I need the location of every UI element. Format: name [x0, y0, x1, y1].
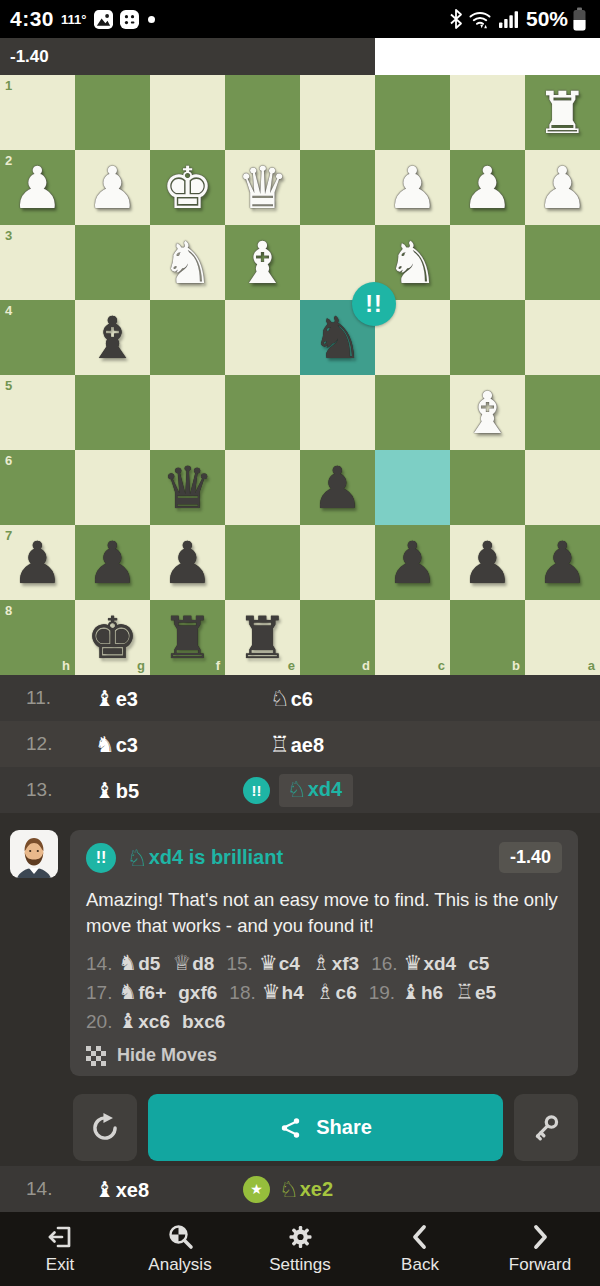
- square-g1[interactable]: [75, 75, 150, 150]
- variation-move[interactable]: ♞d5: [118, 953, 160, 974]
- chevron-right-icon: [527, 1223, 553, 1251]
- rank-label-4: 4: [5, 303, 12, 318]
- variation-line: 20.♝xc6bxc6: [86, 1007, 562, 1036]
- white-pawn-c2[interactable]: ♟: [375, 150, 450, 225]
- square-f4[interactable]: [150, 300, 225, 375]
- file-label-h: h: [62, 658, 70, 673]
- rook-figurine-icon: ♖: [270, 732, 290, 757]
- move-text: c3: [116, 734, 138, 756]
- square-b1[interactable]: [450, 75, 525, 150]
- black-pawn-a7[interactable]: ♟: [525, 525, 600, 600]
- retry-icon: [88, 1111, 122, 1145]
- black-pawn-c7[interactable]: ♟: [375, 525, 450, 600]
- checkerboard-icon: [86, 1046, 106, 1066]
- app-notification-icon: [120, 10, 139, 29]
- black-move[interactable]: ★♘xe2: [270, 1176, 333, 1203]
- file-label-c: c: [438, 658, 445, 673]
- white-bishop-b5[interactable]: ♝: [450, 375, 525, 450]
- white-knight-f3[interactable]: ♞: [150, 225, 225, 300]
- file-label-d: d: [362, 658, 370, 673]
- chevron-left-icon: [407, 1223, 433, 1251]
- square-g7[interactable]: ♟: [75, 525, 150, 600]
- evaluation-bar-black-portion: [0, 38, 375, 75]
- hide-moves-button[interactable]: Hide Moves: [86, 1045, 562, 1066]
- clock: 4:30: [10, 7, 54, 31]
- square-e5[interactable]: [225, 375, 300, 450]
- temperature: 111°: [61, 12, 86, 27]
- square-b4[interactable]: [450, 300, 525, 375]
- knight-figurine-icon: ♞: [118, 951, 137, 975]
- black-move[interactable]: ♘c6: [270, 686, 313, 711]
- square-c8[interactable]: c: [375, 600, 450, 675]
- white-move[interactable]: ♝e3: [95, 686, 270, 711]
- square-a6[interactable]: [525, 450, 600, 525]
- variation-move[interactable]: ♛h4: [262, 982, 304, 1003]
- square-g8[interactable]: g♚: [75, 600, 150, 675]
- variation-move[interactable]: ♗xf3: [312, 953, 359, 974]
- square-a3[interactable]: [525, 225, 600, 300]
- coach-panel: !! ♘ xd4 is brilliant -1.40 Amazing! Tha…: [70, 830, 578, 1076]
- move[interactable]: ♘c6: [270, 686, 313, 711]
- square-b3[interactable]: [450, 225, 525, 300]
- square-h6[interactable]: 6: [0, 450, 75, 525]
- nav-analysis-button[interactable]: Analysis: [120, 1212, 240, 1286]
- square-h4[interactable]: 4: [0, 300, 75, 375]
- rank-label-1: 1: [5, 78, 12, 93]
- variation-line: 17.♞f6+gxf618.♛h4♗c619.♝h6♖e5: [86, 978, 562, 1007]
- variation-move[interactable]: c5: [468, 953, 489, 974]
- analysis-magnifier-icon: [165, 1223, 195, 1251]
- square-e4[interactable]: [225, 300, 300, 375]
- file-label-b: b: [512, 658, 520, 673]
- move[interactable]: ♝e3: [95, 686, 138, 711]
- move[interactable]: ♘xd4: [279, 774, 353, 807]
- white-bishop-e3[interactable]: ♝: [225, 225, 300, 300]
- variation-move-number: 19.: [369, 982, 395, 1003]
- move-number: 11.: [26, 687, 95, 709]
- nav-back-button[interactable]: Back: [360, 1212, 480, 1286]
- square-e1[interactable]: [225, 75, 300, 150]
- move[interactable]: ♘xe2: [279, 1177, 333, 1202]
- knight-figurine-icon: ♘: [287, 777, 307, 802]
- square-e7[interactable]: [225, 525, 300, 600]
- square-c7[interactable]: ♟: [375, 525, 450, 600]
- white-pawn-b2[interactable]: ♟: [450, 150, 525, 225]
- move-number: 14.: [26, 1178, 95, 1200]
- square-b5[interactable]: ♝: [450, 375, 525, 450]
- move-row-14: 14.♝xe8★♘xe2: [0, 1166, 600, 1212]
- variation-move-number: 20.: [86, 1011, 112, 1032]
- square-c6[interactable]: [375, 450, 450, 525]
- move-row-13: 13.♝b5!!♘xd4: [0, 767, 600, 813]
- bishop-figurine-icon: ♝: [118, 1009, 137, 1033]
- square-b6[interactable]: [450, 450, 525, 525]
- panel-header: !! ♘ xd4 is brilliant -1.40: [86, 842, 562, 873]
- square-a7[interactable]: ♟: [525, 525, 600, 600]
- white-rook-a1[interactable]: ♜: [525, 75, 600, 150]
- square-d1[interactable]: [300, 75, 375, 150]
- key-icon: [531, 1112, 562, 1143]
- white-move[interactable]: ♞c3: [95, 732, 270, 757]
- variation-move-number: 18.: [229, 982, 255, 1003]
- move-text: xe8: [116, 1179, 149, 1201]
- rank-label-6: 6: [5, 453, 12, 468]
- move-quality-title: ♘ xd4 is brilliant: [127, 845, 283, 871]
- square-a2[interactable]: ♟: [525, 150, 600, 225]
- black-king-g8[interactable]: ♚: [75, 600, 150, 675]
- black-pawn-h7[interactable]: ♟: [0, 525, 75, 600]
- square-h2[interactable]: 2♟: [0, 150, 75, 225]
- queen-figurine-icon: ♕: [172, 951, 191, 975]
- brilliant-badge-icon: !!: [86, 843, 116, 873]
- black-move[interactable]: !!♘xd4: [270, 774, 353, 807]
- square-h1[interactable]: 1: [0, 75, 75, 150]
- next-move-row: 14.♝xe8★♘xe2: [0, 1166, 600, 1212]
- square-h7[interactable]: 7♟: [0, 525, 75, 600]
- move-row-11: 11.♝e3♘c6: [0, 675, 600, 721]
- square-e2[interactable]: ♛: [225, 150, 300, 225]
- variation-move[interactable]: ♗c6: [316, 982, 357, 1003]
- black-pawn-b7[interactable]: ♟: [450, 525, 525, 600]
- brilliant-move-board-badge: !!: [352, 282, 396, 326]
- coach-section: !! ♘ xd4 is brilliant -1.40 Amazing! Tha…: [0, 813, 600, 1076]
- variation-move[interactable]: ♝xc6: [118, 1011, 170, 1032]
- variation-move[interactable]: ♛c4: [259, 953, 300, 974]
- variation-move[interactable]: ♖e5: [455, 982, 496, 1003]
- battery-icon: [573, 7, 586, 31]
- square-d2[interactable]: [300, 150, 375, 225]
- square-a5[interactable]: [525, 375, 600, 450]
- black-move[interactable]: ♖ae8: [270, 732, 324, 757]
- move-text: ae8: [291, 734, 324, 756]
- evaluation-score: -1.40: [10, 47, 49, 67]
- queen-figurine-icon: ♛: [262, 980, 281, 1004]
- square-f2[interactable]: ♚: [150, 150, 225, 225]
- square-g3[interactable]: [75, 225, 150, 300]
- square-a4[interactable]: [525, 300, 600, 375]
- variation-move-number: 14.: [86, 953, 112, 974]
- nav-settings-button[interactable]: Settings: [240, 1212, 360, 1286]
- photo-notification-icon: [94, 10, 113, 29]
- move-list: 11.♝e3♘c612.♞c3♖ae813.♝b5!!♘xd4: [0, 675, 600, 813]
- white-pawn-g2[interactable]: ♟: [75, 150, 150, 225]
- knight-figurine-icon: ♘: [279, 1177, 299, 1202]
- move-row-12: 12.♞c3♖ae8: [0, 721, 600, 767]
- variation-line: 14.♞d5♕d815.♛c4♗xf316.♛xd4c5: [86, 949, 562, 978]
- move[interactable]: ♞c3: [95, 732, 138, 757]
- square-a1[interactable]: ♜: [525, 75, 600, 150]
- share-button[interactable]: Share: [148, 1094, 503, 1161]
- square-g6[interactable]: [75, 450, 150, 525]
- square-b2[interactable]: ♟: [450, 150, 525, 225]
- square-e6[interactable]: [225, 450, 300, 525]
- move-text: e3: [116, 688, 138, 710]
- black-pawn-g7[interactable]: ♟: [75, 525, 150, 600]
- variation-move[interactable]: bxc6: [182, 1011, 225, 1032]
- knight-figurine-icon: ♘: [127, 845, 148, 871]
- square-f7[interactable]: ♟: [150, 525, 225, 600]
- black-pawn-d6[interactable]: ♟: [300, 450, 375, 525]
- knight-figurine-icon: ♞: [95, 732, 115, 757]
- square-f5[interactable]: [150, 375, 225, 450]
- move-number: 12.: [26, 733, 95, 755]
- status-bar: 4:30 111° 50%: [0, 0, 600, 38]
- square-b7[interactable]: ♟: [450, 525, 525, 600]
- bishop-figurine-icon: ♗: [312, 951, 331, 975]
- nav-exit-button[interactable]: Exit: [0, 1212, 120, 1286]
- move-text: xe2: [300, 1178, 333, 1201]
- queen-figurine-icon: ♛: [404, 951, 423, 975]
- black-rook-f8[interactable]: ♜: [150, 600, 225, 675]
- square-c2[interactable]: ♟: [375, 150, 450, 225]
- white-king-f2[interactable]: ♚: [150, 150, 225, 225]
- more-notifications-dot: [148, 16, 155, 23]
- file-label-a: a: [588, 658, 595, 673]
- avatar: [10, 830, 58, 878]
- bishop-figurine-icon: ♝: [95, 686, 115, 711]
- evaluation-bar: -1.40: [0, 38, 600, 75]
- square-f1[interactable]: [150, 75, 225, 150]
- black-bishop-g4[interactable]: ♝: [75, 300, 150, 375]
- coach-comment: Amazing! That's not an easy move to find…: [86, 887, 562, 939]
- move[interactable]: ♝xe8: [95, 1177, 149, 1202]
- action-buttons: Share: [73, 1094, 578, 1161]
- move[interactable]: ♝b5: [95, 778, 139, 803]
- white-queen-e2[interactable]: ♛: [225, 150, 300, 225]
- rank-label-3: 3: [5, 228, 12, 243]
- bishop-figurine-icon: ♝: [95, 778, 115, 803]
- variation-move[interactable]: gxf6: [178, 982, 217, 1003]
- square-a8[interactable]: a: [525, 600, 600, 675]
- square-c1[interactable]: [375, 75, 450, 150]
- white-pawn-h2[interactable]: ♟: [0, 150, 75, 225]
- square-h3[interactable]: 3: [0, 225, 75, 300]
- chess-board: 1♜2♟♟♚♛♟♟♟3♞♝♞4♝♞5♝6♛♟7♟♟♟♟♟♟8hg♚f♜e♜dcb…: [0, 75, 600, 675]
- black-rook-e8[interactable]: ♜: [225, 600, 300, 675]
- square-d5[interactable]: [300, 375, 375, 450]
- share-icon: [279, 1116, 303, 1140]
- move-text: c6: [291, 688, 313, 710]
- bottom-navigation: Exit Analysis Settings Back Forward: [0, 1212, 600, 1286]
- move[interactable]: ♖ae8: [270, 732, 324, 757]
- rank-label-5: 5: [5, 378, 12, 393]
- retry-button[interactable]: [73, 1094, 137, 1161]
- gear-icon: [286, 1223, 315, 1251]
- square-h5[interactable]: 5: [0, 375, 75, 450]
- variation-move-number: 15.: [226, 953, 252, 974]
- square-f6[interactable]: ♛: [150, 450, 225, 525]
- bluetooth-icon: [449, 8, 463, 30]
- knight-figurine-icon: ♞: [118, 980, 137, 1004]
- great-move-badge: ★: [243, 1176, 270, 1203]
- square-d8[interactable]: d: [300, 600, 375, 675]
- square-g4[interactable]: ♝: [75, 300, 150, 375]
- square-d7[interactable]: [300, 525, 375, 600]
- move-number: 13.: [26, 779, 95, 801]
- bishop-figurine-icon: ♝: [401, 980, 420, 1004]
- bishop-figurine-icon: ♗: [316, 980, 335, 1004]
- square-e3[interactable]: ♝: [225, 225, 300, 300]
- square-g2[interactable]: ♟: [75, 150, 150, 225]
- variation-move[interactable]: ♞f6+: [118, 982, 166, 1003]
- square-c5[interactable]: [375, 375, 450, 450]
- battery-percent: 50%: [526, 7, 568, 31]
- black-queen-f6[interactable]: ♛: [150, 450, 225, 525]
- nav-forward-button[interactable]: Forward: [480, 1212, 600, 1286]
- key-moment-button[interactable]: [514, 1094, 578, 1161]
- evaluation-badge: -1.40: [499, 842, 562, 873]
- rank-label-8: 8: [5, 603, 12, 618]
- variation-move-number: 17.: [86, 982, 112, 1003]
- square-g5[interactable]: [75, 375, 150, 450]
- square-e8[interactable]: e♜: [225, 600, 300, 675]
- white-pawn-a2[interactable]: ♟: [525, 150, 600, 225]
- wifi-icon: [468, 9, 493, 30]
- square-f3[interactable]: ♞: [150, 225, 225, 300]
- variation-move[interactable]: ♝h6: [401, 982, 443, 1003]
- rook-figurine-icon: ♖: [455, 980, 474, 1004]
- square-h8[interactable]: 8h: [0, 600, 75, 675]
- brilliant-move-badge: !!: [243, 777, 270, 804]
- signal-icon: [498, 9, 520, 29]
- knight-figurine-icon: ♘: [270, 686, 290, 711]
- move-text: b5: [116, 780, 139, 802]
- black-pawn-f7[interactable]: ♟: [150, 525, 225, 600]
- exit-icon: [45, 1223, 75, 1251]
- variation-lines: 14.♞d5♕d815.♛c4♗xf316.♛xd4c517.♞f6+gxf61…: [86, 949, 562, 1036]
- square-f8[interactable]: f♜: [150, 600, 225, 675]
- variation-move[interactable]: ♛xd4: [404, 953, 457, 974]
- square-d6[interactable]: ♟: [300, 450, 375, 525]
- move-text: xd4: [308, 778, 342, 801]
- queen-figurine-icon: ♛: [259, 951, 278, 975]
- variation-move-number: 16.: [371, 953, 397, 974]
- square-b8[interactable]: b: [450, 600, 525, 675]
- variation-move[interactable]: ♕d8: [172, 953, 214, 974]
- bishop-figurine-icon: ♝: [95, 1177, 115, 1202]
